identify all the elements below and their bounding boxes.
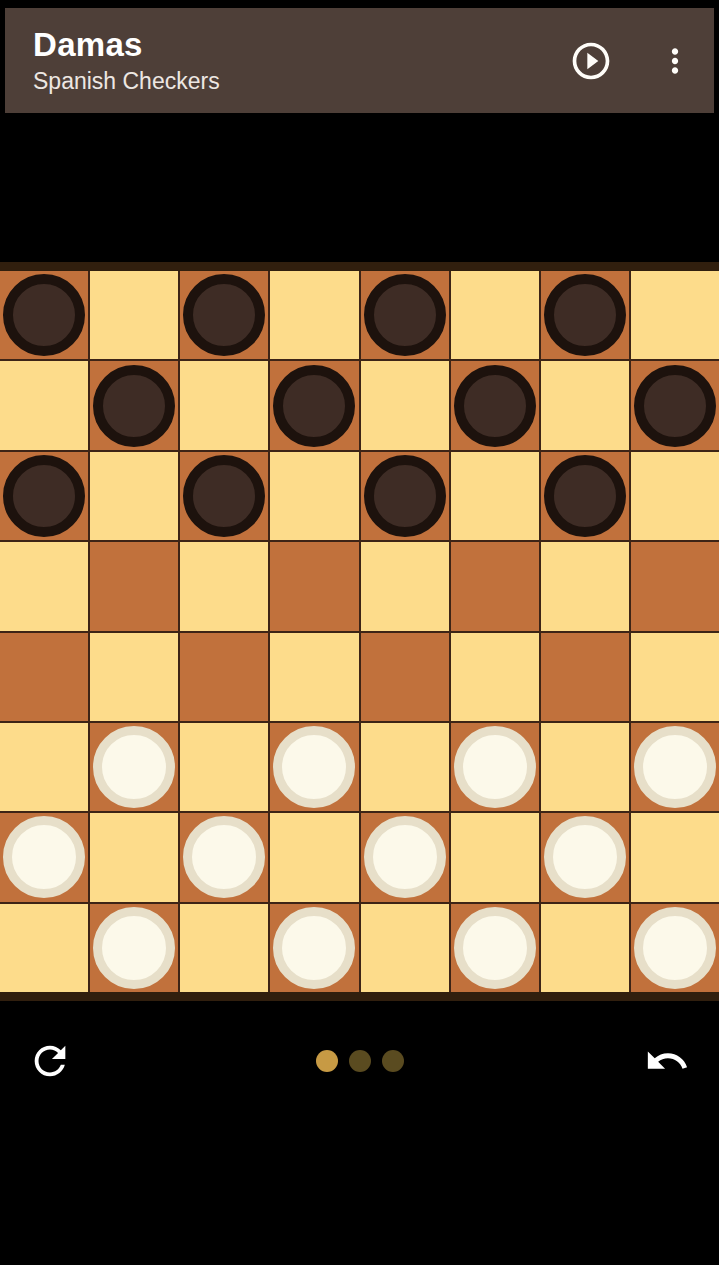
board-square-h2[interactable] xyxy=(631,813,719,901)
black-piece[interactable] xyxy=(544,455,626,537)
white-piece[interactable] xyxy=(544,816,626,898)
white-piece[interactable] xyxy=(3,816,85,898)
page-indicator-dot xyxy=(349,1050,371,1072)
board-square-b8[interactable] xyxy=(90,271,178,359)
board-square-e3[interactable] xyxy=(361,723,449,811)
redo-button[interactable] xyxy=(26,1037,74,1085)
board-square-e7[interactable] xyxy=(361,361,449,449)
board-square-g8[interactable] xyxy=(541,271,629,359)
white-piece[interactable] xyxy=(93,726,175,808)
board-square-h7[interactable] xyxy=(631,361,719,449)
bottom-bar xyxy=(0,1029,719,1093)
board-square-g1[interactable] xyxy=(541,904,629,992)
board-square-h4[interactable] xyxy=(631,633,719,721)
page-indicator xyxy=(316,1050,404,1072)
board-square-a4[interactable] xyxy=(0,633,88,721)
board-square-d1[interactable] xyxy=(270,904,358,992)
board-square-g3[interactable] xyxy=(541,723,629,811)
board-square-b5[interactable] xyxy=(90,542,178,630)
board-square-f3[interactable] xyxy=(451,723,539,811)
board-square-e1[interactable] xyxy=(361,904,449,992)
board-square-d3[interactable] xyxy=(270,723,358,811)
board-square-f6[interactable] xyxy=(451,452,539,540)
board-square-c6[interactable] xyxy=(180,452,268,540)
play-circle-icon xyxy=(569,39,613,83)
board-square-a3[interactable] xyxy=(0,723,88,811)
page-indicator-dot xyxy=(316,1050,338,1072)
redo-rotate-icon xyxy=(27,1038,73,1084)
app-bar-titles: Damas Spanish Checkers xyxy=(33,26,220,96)
undo-button[interactable] xyxy=(643,1037,691,1085)
board-square-h6[interactable] xyxy=(631,452,719,540)
page-title: Damas xyxy=(33,26,220,64)
board-square-h1[interactable] xyxy=(631,904,719,992)
black-piece[interactable] xyxy=(364,455,446,537)
board-square-e4[interactable] xyxy=(361,633,449,721)
black-piece[interactable] xyxy=(93,365,175,447)
overflow-menu-button[interactable] xyxy=(651,37,699,85)
black-piece[interactable] xyxy=(634,365,716,447)
more-vert-icon xyxy=(656,42,694,80)
board-square-f8[interactable] xyxy=(451,271,539,359)
board xyxy=(0,271,719,992)
board-square-b7[interactable] xyxy=(90,361,178,449)
white-piece[interactable] xyxy=(364,816,446,898)
page-subtitle: Spanish Checkers xyxy=(33,68,220,95)
black-piece[interactable] xyxy=(273,365,355,447)
board-square-h3[interactable] xyxy=(631,723,719,811)
app-bar-actions xyxy=(567,37,699,85)
board-square-b1[interactable] xyxy=(90,904,178,992)
white-piece[interactable] xyxy=(454,726,536,808)
board-square-e2[interactable] xyxy=(361,813,449,901)
board-square-a1[interactable] xyxy=(0,904,88,992)
board-square-d2[interactable] xyxy=(270,813,358,901)
black-piece[interactable] xyxy=(364,274,446,356)
board-square-c4[interactable] xyxy=(180,633,268,721)
board-square-a5[interactable] xyxy=(0,542,88,630)
board-square-g4[interactable] xyxy=(541,633,629,721)
board-square-a2[interactable] xyxy=(0,813,88,901)
board-square-e5[interactable] xyxy=(361,542,449,630)
board-square-e8[interactable] xyxy=(361,271,449,359)
board-square-d8[interactable] xyxy=(270,271,358,359)
board-square-g7[interactable] xyxy=(541,361,629,449)
undo-icon xyxy=(644,1038,690,1084)
board-frame xyxy=(0,262,719,1001)
board-square-d6[interactable] xyxy=(270,452,358,540)
board-square-d5[interactable] xyxy=(270,542,358,630)
white-piece[interactable] xyxy=(93,907,175,989)
black-piece[interactable] xyxy=(3,274,85,356)
board-square-c7[interactable] xyxy=(180,361,268,449)
board-square-c3[interactable] xyxy=(180,723,268,811)
board-square-a7[interactable] xyxy=(0,361,88,449)
black-piece[interactable] xyxy=(183,274,265,356)
board-square-a8[interactable] xyxy=(0,271,88,359)
board-square-d7[interactable] xyxy=(270,361,358,449)
board-square-d4[interactable] xyxy=(270,633,358,721)
app-bar: Damas Spanish Checkers xyxy=(5,8,714,113)
black-piece[interactable] xyxy=(3,455,85,537)
board-square-h5[interactable] xyxy=(631,542,719,630)
board-square-f2[interactable] xyxy=(451,813,539,901)
white-piece[interactable] xyxy=(634,907,716,989)
board-square-f7[interactable] xyxy=(451,361,539,449)
board-square-b2[interactable] xyxy=(90,813,178,901)
board-square-b6[interactable] xyxy=(90,452,178,540)
white-piece[interactable] xyxy=(183,816,265,898)
page-indicator-dot xyxy=(382,1050,404,1072)
board-square-g2[interactable] xyxy=(541,813,629,901)
board-square-c2[interactable] xyxy=(180,813,268,901)
black-piece[interactable] xyxy=(544,274,626,356)
black-piece[interactable] xyxy=(183,455,265,537)
black-piece[interactable] xyxy=(454,365,536,447)
white-piece[interactable] xyxy=(273,907,355,989)
board-square-h8[interactable] xyxy=(631,271,719,359)
board-square-a6[interactable] xyxy=(0,452,88,540)
board-square-c5[interactable] xyxy=(180,542,268,630)
board-square-f4[interactable] xyxy=(451,633,539,721)
board-square-b4[interactable] xyxy=(90,633,178,721)
play-button[interactable] xyxy=(567,37,615,85)
board-square-f1[interactable] xyxy=(451,904,539,992)
board-square-g5[interactable] xyxy=(541,542,629,630)
white-piece[interactable] xyxy=(634,726,716,808)
board-square-b3[interactable] xyxy=(90,723,178,811)
board-square-c1[interactable] xyxy=(180,904,268,992)
white-piece[interactable] xyxy=(273,726,355,808)
board-square-f5[interactable] xyxy=(451,542,539,630)
board-square-g6[interactable] xyxy=(541,452,629,540)
board-square-e6[interactable] xyxy=(361,452,449,540)
board-square-c8[interactable] xyxy=(180,271,268,359)
white-piece[interactable] xyxy=(454,907,536,989)
